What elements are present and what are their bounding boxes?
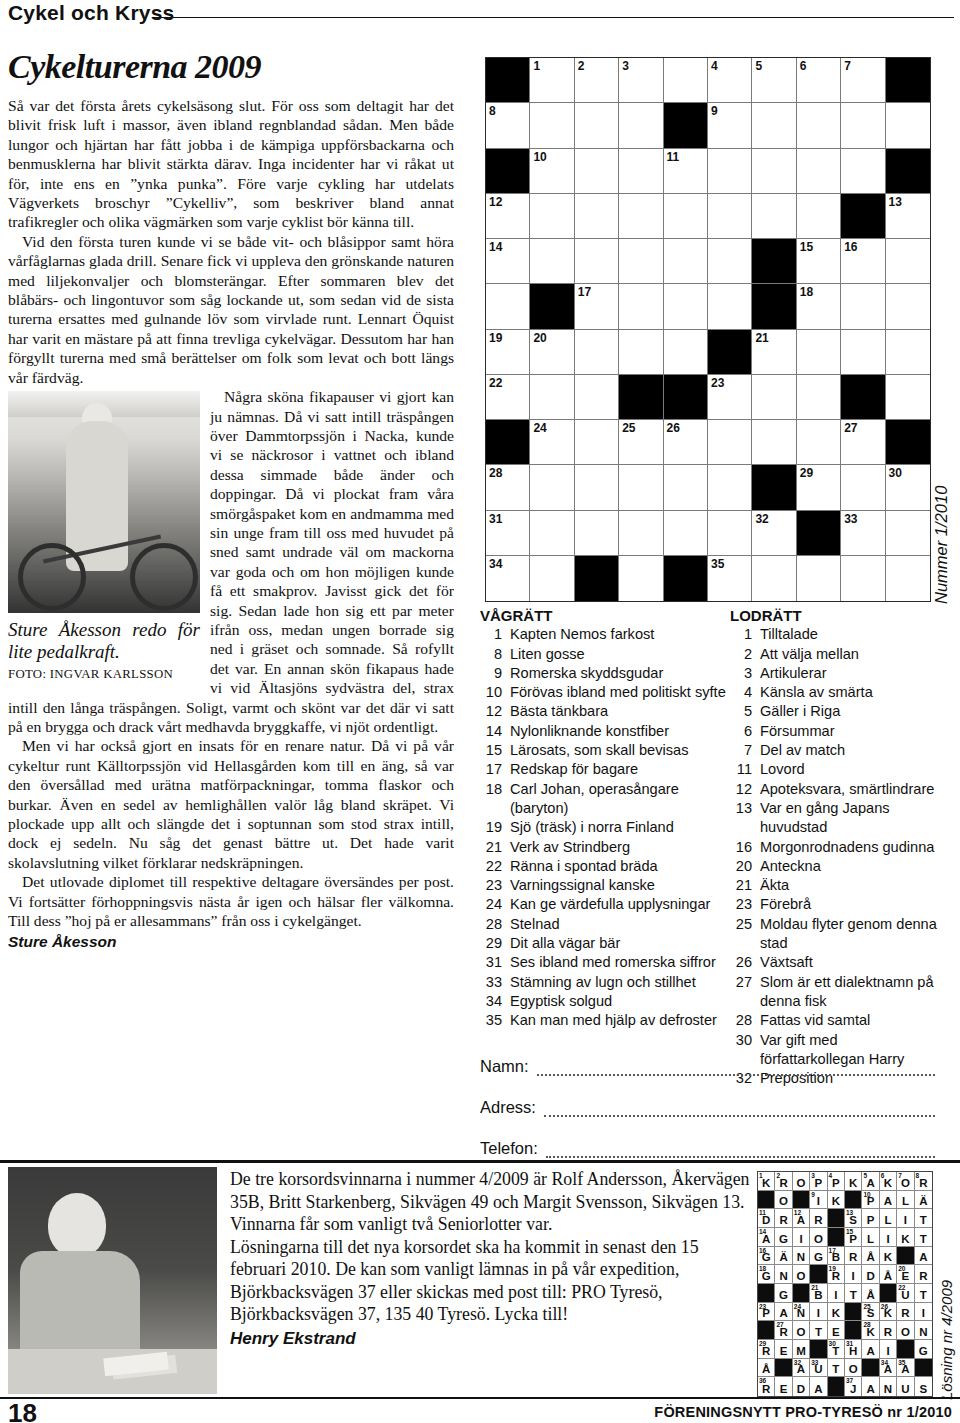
- down-clues: 1Tilltalade2Att välja mellan3Artikulerar…: [730, 625, 938, 1088]
- solution-letter-cell: I: [793, 1228, 810, 1247]
- solution-letter-cell: E: [775, 1377, 792, 1396]
- solution-letter-cell: Å: [880, 1265, 897, 1284]
- solution-letter-cell: 34A: [880, 1359, 897, 1378]
- solution-letter-cell: O: [793, 1321, 810, 1340]
- winners-text: De tre korsordsvinnarna i nummer 4/2009 …: [230, 1168, 754, 1350]
- white-cell[interactable]: [797, 375, 841, 420]
- solution-black-cell: [862, 1359, 879, 1378]
- white-cell[interactable]: [797, 420, 841, 465]
- solution-black-cell: [880, 1284, 897, 1303]
- magazine-page: Cykel och Kryss Cykelturerna 2009 Så var…: [0, 0, 960, 1423]
- solution-letter: A: [880, 1363, 896, 1376]
- white-cell[interactable]: 1: [530, 58, 574, 103]
- white-cell[interactable]: 3: [619, 58, 663, 103]
- article-paragraph: Vid den första turen kunde vi se både vi…: [8, 232, 454, 387]
- solution-letter-cell: I: [810, 1303, 827, 1322]
- clue-text: Kan man med hjälp av defroster: [510, 1011, 728, 1030]
- white-cell[interactable]: [752, 420, 796, 465]
- white-cell[interactable]: [797, 330, 841, 375]
- white-cell[interactable]: 17: [575, 284, 619, 329]
- solution-letter: A: [758, 1233, 774, 1246]
- solution-letter-cell: 25S: [862, 1303, 879, 1322]
- solution-letter: G: [810, 1251, 826, 1264]
- white-cell[interactable]: [841, 330, 885, 375]
- clue-number: 17: [480, 760, 502, 779]
- solution-letter: I: [880, 1345, 896, 1358]
- white-cell[interactable]: [797, 194, 841, 239]
- solution-letter-cell: T: [828, 1359, 845, 1378]
- clue-number: 1: [480, 625, 502, 644]
- solution-letter-cell: 6K: [880, 1172, 897, 1191]
- solution-letter-cell: D: [793, 1377, 810, 1396]
- photo-bike-wheel-shape: [130, 543, 198, 611]
- solution-letter-cell: E: [828, 1321, 845, 1340]
- white-cell[interactable]: [841, 149, 885, 194]
- solution-letter: R: [915, 1177, 932, 1190]
- solution-letter-cell: R: [915, 1265, 932, 1284]
- solution-letter: I: [810, 1195, 826, 1208]
- solution-letter: T: [845, 1289, 861, 1302]
- white-cell[interactable]: [886, 284, 930, 329]
- white-cell[interactable]: 15: [797, 239, 841, 284]
- white-cell[interactable]: [752, 375, 796, 420]
- photo-person-head-shape: [48, 1193, 106, 1257]
- solution-letter-cell: 14A: [758, 1228, 775, 1247]
- clue-number: 9: [711, 104, 718, 118]
- white-cell[interactable]: [708, 511, 752, 556]
- white-cell[interactable]: [886, 556, 930, 601]
- white-cell[interactable]: [486, 284, 530, 329]
- solution-letter-cell: A: [810, 1377, 827, 1396]
- address-field[interactable]: [544, 1099, 935, 1117]
- white-cell[interactable]: [530, 465, 574, 510]
- solution-letter: O: [897, 1326, 913, 1339]
- solution-letter-cell: 19R: [828, 1265, 845, 1284]
- white-cell[interactable]: [664, 330, 708, 375]
- white-cell[interactable]: [575, 239, 619, 284]
- solution-black-cell: [897, 1247, 914, 1266]
- clue-row: 12Bästa tänkbara: [480, 702, 728, 721]
- solution-letter-cell: 35A: [897, 1359, 914, 1378]
- black-cell: [886, 149, 930, 194]
- black-cell: [486, 420, 530, 465]
- solution-letter-cell: T: [915, 1228, 932, 1247]
- white-cell[interactable]: 26: [664, 420, 708, 465]
- white-cell[interactable]: 23: [708, 375, 752, 420]
- white-cell[interactable]: [530, 103, 574, 148]
- white-cell[interactable]: [575, 420, 619, 465]
- solution-letter: Ä: [775, 1251, 791, 1264]
- white-cell[interactable]: [708, 420, 752, 465]
- clue-text: Anteckna: [760, 857, 938, 876]
- white-cell[interactable]: 6: [797, 58, 841, 103]
- white-cell[interactable]: [575, 149, 619, 194]
- clue-number: 28: [480, 915, 502, 934]
- solution-letter: L: [862, 1233, 878, 1246]
- clue-row: 5Gäller i Riga: [730, 702, 938, 721]
- solution-letter-cell: N: [793, 1247, 810, 1266]
- white-cell[interactable]: 31: [486, 511, 530, 556]
- solution-letter: Å: [758, 1363, 774, 1376]
- solution-letter-cell: S: [915, 1377, 932, 1396]
- clue-text: Sjö (träsk) i norra Finland: [510, 818, 728, 837]
- clue-number: 28: [730, 1011, 752, 1030]
- form-row-address: Adress:: [480, 1097, 935, 1117]
- white-cell[interactable]: [619, 556, 663, 601]
- clue-row: 33Stämning av lugn och stillhet: [480, 973, 728, 992]
- solution-letter-cell: 32A: [793, 1359, 810, 1378]
- solution-letter-cell: 37J: [845, 1377, 862, 1396]
- solution-letter: G: [758, 1270, 774, 1283]
- solution-letter: R: [845, 1251, 861, 1264]
- photo-credit: FOTO: INGVAR KARLSSON: [8, 665, 200, 684]
- solution-letter: O: [775, 1195, 791, 1208]
- solution-letter: S: [915, 1383, 932, 1396]
- white-cell[interactable]: [575, 375, 619, 420]
- solution-letter-cell: Å: [758, 1359, 775, 1378]
- solution-letter-cell: R: [897, 1303, 914, 1322]
- clue-row: 35Kan man med hjälp av defroster: [480, 1011, 728, 1030]
- solution-letter: U: [897, 1289, 913, 1302]
- clue-row: 8Liten gosse: [480, 645, 728, 664]
- white-cell[interactable]: [664, 284, 708, 329]
- white-cell[interactable]: 35: [708, 556, 752, 601]
- white-cell[interactable]: [619, 330, 663, 375]
- solution-letter-cell: 31H: [845, 1340, 862, 1359]
- white-cell[interactable]: [841, 556, 885, 601]
- clue-number: 16: [730, 838, 752, 857]
- solution-letter: E: [775, 1345, 791, 1358]
- clue-number: 24: [533, 421, 546, 435]
- clue-number: 11: [667, 150, 680, 164]
- clue-text: Att välja mellan: [760, 645, 938, 664]
- clue-row: 22Ränna i spontad bräda: [480, 857, 728, 876]
- white-cell[interactable]: [664, 58, 708, 103]
- solution-letter-cell: Å: [862, 1284, 879, 1303]
- white-cell[interactable]: [619, 194, 663, 239]
- white-cell[interactable]: 2: [575, 58, 619, 103]
- clue-row: 21Verk av Strindberg: [480, 838, 728, 857]
- clue-number: 7: [730, 741, 752, 760]
- solution-black-cell: [828, 1228, 845, 1247]
- white-cell[interactable]: [619, 149, 663, 194]
- solution-letter: K: [862, 1326, 878, 1339]
- solution-letter: I: [793, 1233, 809, 1246]
- solution-black-cell: [810, 1340, 827, 1359]
- solution-black-cell: [758, 1284, 775, 1303]
- clue-number: 4: [711, 59, 718, 73]
- solution-letter-cell: M: [793, 1340, 810, 1359]
- solution-letter-cell: G: [915, 1340, 932, 1359]
- solution-letter: R: [775, 1214, 791, 1227]
- solution-letter: N: [793, 1307, 809, 1320]
- clue-number: 18: [800, 285, 813, 299]
- solution-letter: I: [828, 1289, 844, 1302]
- clue-row: 24Kan ge värdefulla upplysningar: [480, 895, 728, 914]
- white-cell[interactable]: 28: [486, 465, 530, 510]
- solution-letter-cell: T: [810, 1321, 827, 1340]
- white-cell[interactable]: [752, 149, 796, 194]
- white-cell[interactable]: 9: [708, 103, 752, 148]
- white-cell[interactable]: [575, 511, 619, 556]
- solution-letter: Å: [862, 1251, 878, 1264]
- solution-letter-cell: 8R: [915, 1172, 932, 1191]
- solution-letter: D: [862, 1270, 878, 1283]
- white-cell[interactable]: [886, 103, 930, 148]
- white-cell[interactable]: [797, 103, 841, 148]
- white-cell[interactable]: [797, 556, 841, 601]
- phone-field[interactable]: [546, 1140, 935, 1158]
- clue-number: 6: [800, 59, 807, 73]
- clue-number: 13: [730, 799, 752, 838]
- black-cell: [619, 375, 663, 420]
- white-cell[interactable]: 4: [708, 58, 752, 103]
- solution-letter: P: [862, 1214, 878, 1227]
- clue-row: 28Fattas vid samtal: [730, 1011, 938, 1030]
- across-clue-list: VÅGRÄTT 1Kapten Nemos farkost8Liten goss…: [480, 606, 728, 1031]
- white-cell[interactable]: 7: [841, 58, 885, 103]
- solution-letter-cell: I: [828, 1284, 845, 1303]
- clue-row: 1Tilltalade: [730, 625, 938, 644]
- white-cell[interactable]: [708, 194, 752, 239]
- white-cell[interactable]: [886, 330, 930, 375]
- clue-row: 12Apoteksvara, smärtlindrare: [730, 780, 938, 799]
- white-cell[interactable]: [841, 284, 885, 329]
- solution-letter: K: [845, 1177, 861, 1190]
- clue-row: 23Varningssignal kanske: [480, 876, 728, 895]
- white-cell[interactable]: 22: [486, 375, 530, 420]
- solution-letter: D: [793, 1383, 809, 1396]
- clue-number: 33: [844, 512, 857, 526]
- white-cell[interactable]: 14: [486, 239, 530, 284]
- page-number: 18: [8, 1398, 37, 1423]
- white-cell[interactable]: [664, 239, 708, 284]
- solution-letter-cell: 23P: [758, 1303, 775, 1322]
- solution-letter-cell: 17B: [828, 1247, 845, 1266]
- article-paragraph: Det utlovade diplomet till respektive de…: [8, 872, 454, 930]
- solution-letter: R: [775, 1326, 791, 1339]
- solution-letter: R: [897, 1307, 913, 1320]
- white-cell[interactable]: [530, 556, 574, 601]
- clue-text: Ränna i spontad bräda: [510, 857, 728, 876]
- clue-number: 21: [480, 838, 502, 857]
- solution-letter-cell: 26K: [880, 1303, 897, 1322]
- white-cell[interactable]: [575, 465, 619, 510]
- white-cell[interactable]: [752, 103, 796, 148]
- solution-letter: E: [775, 1383, 791, 1396]
- black-cell: [752, 284, 796, 329]
- clue-row: 28Stelnad: [480, 915, 728, 934]
- solution-letter: A: [793, 1214, 809, 1227]
- white-cell[interactable]: [619, 239, 663, 284]
- white-cell[interactable]: [752, 194, 796, 239]
- solution-letter: R: [810, 1214, 826, 1227]
- white-cell[interactable]: [530, 194, 574, 239]
- white-cell[interactable]: 24: [530, 420, 574, 465]
- issue-number-vertical-label: Nummer 1/2010: [932, 486, 951, 604]
- clue-number: 31: [489, 512, 502, 526]
- clue-row: 25Moldau flyter genom denna stad: [730, 915, 938, 954]
- clue-row: 10Förövas ibland med politiskt syfte: [480, 683, 728, 702]
- white-cell[interactable]: [575, 103, 619, 148]
- crossword-grid[interactable]: 1234567891011121314151617181920212223242…: [485, 57, 931, 602]
- clue-number: 15: [480, 741, 502, 760]
- solution-letter-cell: K: [880, 1247, 897, 1266]
- clue-text: Förebrå: [760, 895, 938, 914]
- clue-number: 5: [755, 59, 762, 73]
- white-cell[interactable]: [708, 239, 752, 284]
- solution-letter: H: [845, 1345, 861, 1358]
- white-cell[interactable]: [530, 511, 574, 556]
- white-cell[interactable]: [841, 103, 885, 148]
- clue-number: 25: [622, 421, 635, 435]
- clue-number: 34: [489, 557, 502, 571]
- clue-number: 22: [480, 857, 502, 876]
- white-cell[interactable]: [619, 465, 663, 510]
- white-cell[interactable]: [664, 465, 708, 510]
- clue-text: Försummar: [760, 722, 938, 741]
- solution-black-cell: [897, 1340, 914, 1359]
- white-cell[interactable]: [841, 465, 885, 510]
- solution-letter: B: [828, 1251, 844, 1264]
- solution-letter-cell: A: [862, 1377, 879, 1396]
- clue-text: Lärosats, som skall bevisas: [510, 741, 728, 760]
- solution-letter: K: [880, 1177, 896, 1190]
- clue-row: 34Egyptisk solgud: [480, 992, 728, 1011]
- white-cell[interactable]: [575, 330, 619, 375]
- clue-text: Apoteksvara, smärtlindrare: [760, 780, 938, 799]
- solution-black-cell: [845, 1191, 862, 1210]
- white-cell[interactable]: 5: [752, 58, 796, 103]
- white-cell[interactable]: 25: [619, 420, 663, 465]
- solution-letter-cell: A: [775, 1303, 792, 1322]
- clue-number: 27: [844, 421, 857, 435]
- name-field[interactable]: [537, 1058, 935, 1076]
- white-cell[interactable]: 30: [886, 465, 930, 510]
- black-cell: [752, 465, 796, 510]
- across-heading: VÅGRÄTT: [480, 606, 728, 625]
- clue-text: Lovord: [760, 760, 938, 779]
- article-paragraph: Men vi har också gjort en insats för en …: [8, 736, 454, 872]
- solution-letter-cell: O: [793, 1172, 810, 1191]
- white-cell[interactable]: [708, 465, 752, 510]
- header-rule: [152, 17, 954, 18]
- clue-number: 29: [480, 934, 502, 953]
- solution-letter: A: [810, 1383, 826, 1396]
- white-cell[interactable]: 20: [530, 330, 574, 375]
- clue-text: Slom är ett dialektnamn på denna fisk: [760, 973, 938, 1012]
- form-row-phone: Telefon:: [480, 1138, 935, 1158]
- solution-black-cell: [810, 1265, 827, 1284]
- clue-row: 21Äkta: [730, 876, 938, 895]
- white-cell[interactable]: [797, 149, 841, 194]
- white-cell[interactable]: [664, 194, 708, 239]
- solution-letter: P: [828, 1177, 844, 1190]
- white-cell[interactable]: 10: [530, 149, 574, 194]
- clue-row: 19Sjö (träsk) i norra Finland: [480, 818, 728, 837]
- solution-letter-cell: I: [915, 1303, 932, 1322]
- solution-letter-cell: R: [845, 1247, 862, 1266]
- white-cell[interactable]: [886, 511, 930, 556]
- clue-text: Förövas ibland med politiskt syfte: [510, 683, 728, 702]
- solution-black-cell: [793, 1284, 810, 1303]
- white-cell[interactable]: [664, 511, 708, 556]
- white-cell[interactable]: [530, 239, 574, 284]
- black-cell: [708, 330, 752, 375]
- solution-letter-cell: U: [897, 1377, 914, 1396]
- clue-text: Del av match: [760, 741, 938, 760]
- solution-black-cell: [793, 1191, 810, 1210]
- solution-letter-cell: R: [775, 1209, 792, 1228]
- name-label: Namn:: [480, 1056, 529, 1076]
- clue-number: 2: [730, 645, 752, 664]
- clue-row: 26Växtsaft: [730, 953, 938, 972]
- white-cell[interactable]: 19: [486, 330, 530, 375]
- solution-letter: A: [880, 1195, 896, 1208]
- white-cell[interactable]: [575, 194, 619, 239]
- white-cell[interactable]: [886, 239, 930, 284]
- solution-letter-cell: L: [862, 1228, 879, 1247]
- solution-letter-cell: R: [880, 1321, 897, 1340]
- white-cell[interactable]: [708, 284, 752, 329]
- solution-letter-cell: O: [793, 1265, 810, 1284]
- article-body: Så var det första årets cykelsäsong slut…: [8, 96, 454, 952]
- white-cell[interactable]: 32: [752, 511, 796, 556]
- white-cell[interactable]: 34: [486, 556, 530, 601]
- white-cell[interactable]: 8: [486, 103, 530, 148]
- solution-letter: E: [897, 1270, 913, 1283]
- white-cell[interactable]: [619, 284, 663, 329]
- white-cell[interactable]: [752, 556, 796, 601]
- solution-letter: G: [775, 1233, 791, 1246]
- solution-letter-cell: Å: [862, 1247, 879, 1266]
- clue-row: 29Dit alla vägar bär: [480, 934, 728, 953]
- clue-number: 16: [844, 240, 857, 254]
- white-cell[interactable]: 16: [841, 239, 885, 284]
- white-cell[interactable]: 18: [797, 284, 841, 329]
- solution-letter-cell: N: [915, 1321, 932, 1340]
- white-cell[interactable]: [708, 149, 752, 194]
- white-cell[interactable]: [619, 103, 663, 148]
- solution-letter: O: [845, 1363, 861, 1376]
- white-cell[interactable]: 21: [752, 330, 796, 375]
- clue-row: 20Anteckna: [730, 857, 938, 876]
- clue-text: Moldau flyter genom denna stad: [760, 915, 938, 954]
- white-cell[interactable]: [886, 375, 930, 420]
- solution-letter-cell: 12A: [793, 1209, 810, 1228]
- solution-letter-cell: G: [775, 1284, 792, 1303]
- white-cell[interactable]: 29: [797, 465, 841, 510]
- white-cell[interactable]: [619, 511, 663, 556]
- white-cell[interactable]: [530, 375, 574, 420]
- solution-letter-cell: K: [828, 1191, 845, 1210]
- solution-letter: P: [862, 1195, 878, 1208]
- solution-letter: M: [793, 1345, 809, 1358]
- clue-number: 26: [730, 953, 752, 972]
- white-cell[interactable]: 27: [841, 420, 885, 465]
- white-cell[interactable]: 13: [886, 194, 930, 239]
- white-cell[interactable]: 33: [841, 511, 885, 556]
- solution-letter-cell: 4P: [828, 1172, 845, 1191]
- solution-letter: I: [845, 1270, 861, 1283]
- white-cell[interactable]: 12: [486, 194, 530, 239]
- white-cell[interactable]: 11: [664, 149, 708, 194]
- clue-text: Kan ge värdefulla upplysningar: [510, 895, 728, 914]
- solution-letter-cell: L: [897, 1191, 914, 1210]
- clue-row: 16Morgonrodnadens gudinna: [730, 838, 938, 857]
- solution-letter: T: [915, 1214, 932, 1227]
- clue-text: Känsla av smärta: [760, 683, 938, 702]
